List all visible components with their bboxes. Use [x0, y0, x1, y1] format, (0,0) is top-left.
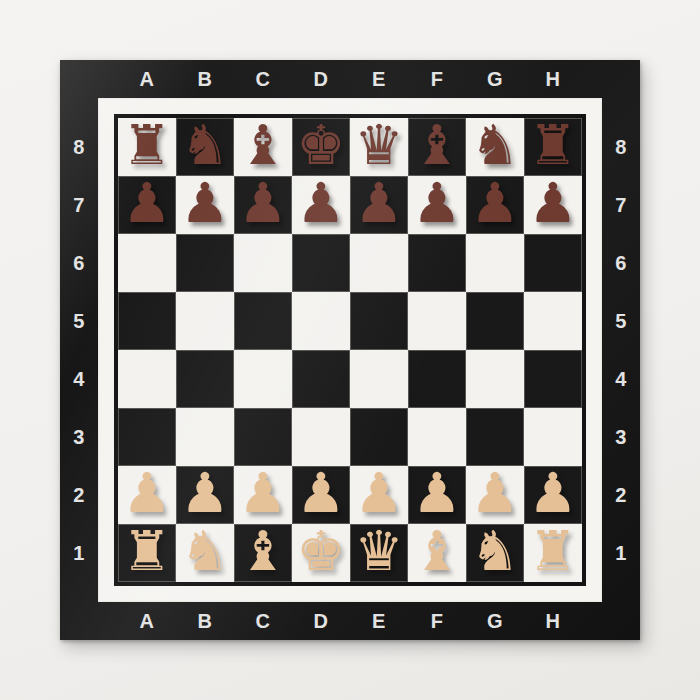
square-f2[interactable]: ♟ [408, 466, 466, 524]
rank-label-left-5: 5 [60, 292, 98, 350]
rank-label-left-8: 8 [60, 118, 98, 176]
rank-label-left-6: 6 [60, 234, 98, 292]
file-label-bottom-e: E [350, 602, 408, 640]
square-h6[interactable] [524, 234, 582, 292]
piece-black-pawn-b7[interactable]: ♟ [180, 174, 229, 232]
square-e5[interactable] [350, 292, 408, 350]
square-c7[interactable]: ♟ [234, 176, 292, 234]
square-d8[interactable]: ♚ [292, 118, 350, 176]
square-h8[interactable]: ♜ [524, 118, 582, 176]
file-labels-bottom: A B C D E F G H [118, 602, 582, 640]
rank-label-right-4: 4 [602, 350, 640, 408]
square-c3[interactable] [234, 408, 292, 466]
rank-label-right-1: 1 [602, 524, 640, 582]
piece-white-pawn-g2[interactable]: ♟ [470, 464, 519, 522]
rank-label-left-2: 2 [60, 466, 98, 524]
chess-board: A B C D E F G H A B C D E F G H 8 7 6 5 … [60, 60, 640, 640]
square-c1[interactable]: ♝ [234, 524, 292, 582]
file-label-top-e: E [350, 60, 408, 98]
rank-label-left-4: 4 [60, 350, 98, 408]
piece-black-pawn-f7[interactable]: ♟ [412, 174, 461, 232]
rank-label-right-3: 3 [602, 408, 640, 466]
file-label-bottom-a: A [118, 602, 176, 640]
piece-black-bishop-c8[interactable]: ♝ [238, 116, 287, 174]
file-label-top-b: B [176, 60, 234, 98]
square-g6[interactable] [466, 234, 524, 292]
piece-black-queen-e8[interactable]: ♛ [354, 116, 403, 174]
square-d3[interactable] [292, 408, 350, 466]
piece-black-rook-h8[interactable]: ♜ [528, 116, 577, 174]
square-d4[interactable] [292, 350, 350, 408]
square-f5[interactable] [408, 292, 466, 350]
piece-black-pawn-g7[interactable]: ♟ [470, 174, 519, 232]
square-e8[interactable]: ♛ [350, 118, 408, 176]
square-f8[interactable]: ♝ [408, 118, 466, 176]
square-g8[interactable]: ♞ [466, 118, 524, 176]
square-b6[interactable] [176, 234, 234, 292]
square-a5[interactable] [118, 292, 176, 350]
rank-label-left-1: 1 [60, 524, 98, 582]
square-f3[interactable] [408, 408, 466, 466]
square-g1[interactable]: ♞ [466, 524, 524, 582]
square-c4[interactable] [234, 350, 292, 408]
piece-black-pawn-d7[interactable]: ♟ [296, 174, 345, 232]
square-b1[interactable]: ♞ [176, 524, 234, 582]
square-h7[interactable]: ♟ [524, 176, 582, 234]
square-f6[interactable] [408, 234, 466, 292]
piece-white-pawn-a2[interactable]: ♟ [122, 464, 171, 522]
rank-label-right-2: 2 [602, 466, 640, 524]
square-g3[interactable] [466, 408, 524, 466]
square-a8[interactable]: ♜ [118, 118, 176, 176]
rank-label-right-8: 8 [602, 118, 640, 176]
piece-white-pawn-f2[interactable]: ♟ [412, 464, 461, 522]
piece-white-king-d1[interactable]: ♚ [296, 522, 345, 580]
square-b3[interactable] [176, 408, 234, 466]
piece-black-pawn-e7[interactable]: ♟ [354, 174, 403, 232]
square-d5[interactable] [292, 292, 350, 350]
square-g7[interactable]: ♟ [466, 176, 524, 234]
rank-label-right-7: 7 [602, 176, 640, 234]
square-h3[interactable] [524, 408, 582, 466]
piece-white-queen-e1[interactable]: ♛ [354, 522, 403, 580]
file-label-bottom-g: G [466, 602, 524, 640]
piece-white-pawn-e2[interactable]: ♟ [354, 464, 403, 522]
square-d6[interactable] [292, 234, 350, 292]
square-e1[interactable]: ♛ [350, 524, 408, 582]
square-h1[interactable]: ♜ [524, 524, 582, 582]
square-a3[interactable] [118, 408, 176, 466]
square-d1[interactable]: ♚ [292, 524, 350, 582]
piece-black-bishop-f8[interactable]: ♝ [412, 116, 461, 174]
square-b7[interactable]: ♟ [176, 176, 234, 234]
square-h5[interactable] [524, 292, 582, 350]
square-d7[interactable]: ♟ [292, 176, 350, 234]
square-e6[interactable] [350, 234, 408, 292]
playing-area: ♜♞♝♚♛♝♞♜♟♟♟♟♟♟♟♟♟♟♟♟♟♟♟♟♜♞♝♚♛♝♞♜ [114, 114, 586, 586]
square-d2[interactable]: ♟ [292, 466, 350, 524]
piece-white-knight-g1[interactable]: ♞ [470, 522, 519, 580]
square-b4[interactable] [176, 350, 234, 408]
piece-white-knight-b1[interactable]: ♞ [180, 522, 229, 580]
piece-white-rook-h1[interactable]: ♜ [528, 522, 577, 580]
piece-black-pawn-c7[interactable]: ♟ [238, 174, 287, 232]
square-b2[interactable]: ♟ [176, 466, 234, 524]
piece-white-pawn-h2[interactable]: ♟ [528, 464, 577, 522]
piece-white-pawn-d2[interactable]: ♟ [296, 464, 345, 522]
file-labels-top: A B C D E F G H [118, 60, 582, 98]
square-g5[interactable] [466, 292, 524, 350]
square-g4[interactable] [466, 350, 524, 408]
piece-black-pawn-h7[interactable]: ♟ [528, 174, 577, 232]
rank-label-left-3: 3 [60, 408, 98, 466]
file-label-top-d: D [292, 60, 350, 98]
square-b8[interactable]: ♞ [176, 118, 234, 176]
file-label-top-g: G [466, 60, 524, 98]
file-label-top-h: H [524, 60, 582, 98]
rank-label-right-6: 6 [602, 234, 640, 292]
square-a6[interactable] [118, 234, 176, 292]
square-e4[interactable] [350, 350, 408, 408]
rank-labels-right: 8 7 6 5 4 3 2 1 [602, 118, 640, 582]
square-h4[interactable] [524, 350, 582, 408]
square-h2[interactable]: ♟ [524, 466, 582, 524]
file-label-bottom-c: C [234, 602, 292, 640]
square-a2[interactable]: ♟ [118, 466, 176, 524]
file-label-bottom-b: B [176, 602, 234, 640]
square-f1[interactable]: ♝ [408, 524, 466, 582]
file-label-bottom-d: D [292, 602, 350, 640]
piece-white-pawn-b2[interactable]: ♟ [180, 464, 229, 522]
piece-black-knight-b8[interactable]: ♞ [180, 116, 229, 174]
square-c5[interactable] [234, 292, 292, 350]
square-g2[interactable]: ♟ [466, 466, 524, 524]
chess-grid: ♜♞♝♚♛♝♞♜♟♟♟♟♟♟♟♟♟♟♟♟♟♟♟♟♜♞♝♚♛♝♞♜ [118, 118, 582, 582]
piece-white-rook-a1[interactable]: ♜ [122, 522, 171, 580]
piece-black-rook-a8[interactable]: ♜ [122, 116, 171, 174]
rank-label-right-5: 5 [602, 292, 640, 350]
file-label-top-f: F [408, 60, 466, 98]
file-label-top-c: C [234, 60, 292, 98]
piece-white-bishop-c1[interactable]: ♝ [238, 522, 287, 580]
square-c2[interactable]: ♟ [234, 466, 292, 524]
square-c6[interactable] [234, 234, 292, 292]
square-e2[interactable]: ♟ [350, 466, 408, 524]
piece-black-knight-g8[interactable]: ♞ [470, 116, 519, 174]
rank-labels-left: 8 7 6 5 4 3 2 1 [60, 118, 98, 582]
file-label-bottom-h: H [524, 602, 582, 640]
square-f4[interactable] [408, 350, 466, 408]
square-a1[interactable]: ♜ [118, 524, 176, 582]
square-b5[interactable] [176, 292, 234, 350]
piece-white-pawn-c2[interactable]: ♟ [238, 464, 287, 522]
square-c8[interactable]: ♝ [234, 118, 292, 176]
rank-label-left-7: 7 [60, 176, 98, 234]
file-label-bottom-f: F [408, 602, 466, 640]
square-f7[interactable]: ♟ [408, 176, 466, 234]
square-a7[interactable]: ♟ [118, 176, 176, 234]
piece-black-pawn-a7[interactable]: ♟ [122, 174, 171, 232]
square-e3[interactable] [350, 408, 408, 466]
piece-white-bishop-f1[interactable]: ♝ [412, 522, 461, 580]
square-a4[interactable] [118, 350, 176, 408]
file-label-top-a: A [118, 60, 176, 98]
square-e7[interactable]: ♟ [350, 176, 408, 234]
piece-black-king-d8[interactable]: ♚ [296, 116, 345, 174]
